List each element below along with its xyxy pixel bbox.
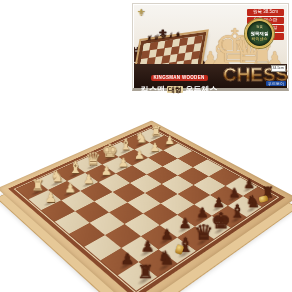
korean-title-prefix: 킹스맨 (141, 85, 165, 94)
korean-title: 킹스맨 대형 우든체스 (136, 84, 222, 95)
box-title-banner: KINGSMAN WOODEN 킹스맨 대형 우든체스 CHESS 34.5cm… (134, 64, 287, 88)
white-rook: ♜ (150, 125, 162, 138)
badge-line-3: 라이센스 (247, 37, 272, 42)
white-knight: ♞ (50, 169, 64, 185)
banner-corner-tags: 34.5cm 우드토이 (270, 64, 286, 88)
black-pawn: ♟ (120, 252, 134, 268)
white-bishop: ♝ (119, 137, 133, 152)
black-king: ♚ (211, 210, 231, 232)
white-queen: ♛ (85, 150, 101, 168)
board-scene: ♜♞♝♛♚♝♞♜♟♟♟♟♟♟♟♟♟♟♟♟♟♟♟♟♜♞♝♛♚♝♞♜ (0, 0, 292, 292)
black-rook: ♜ (137, 264, 154, 283)
quality-badge: 정품 원목재질 라이센스 (245, 19, 274, 48)
white-pawn: ♟ (44, 191, 56, 204)
white-pawn: ♟ (101, 165, 112, 177)
white-pawn: ♟ (164, 135, 174, 146)
board-grid: ♜♞♝♛♚♝♞♜♟♟♟♟♟♟♟♟♟♟♟♟♟♟♟♟♜♞♝♛♚♝♞♜ (16, 128, 276, 290)
chess-board: ♜♞♝♛♚♝♞♜♟♟♟♟♟♟♟♟♟♟♟♟♟♟♟♟♜♞♝♛♚♝♞♜ (0, 120, 292, 292)
spec-strip: 원목 38.5cm (247, 9, 284, 16)
maker-logo: 우드토이 (266, 81, 286, 87)
brand-label: KINGSMAN WOODEN (151, 75, 208, 81)
product-photo: ⚜ ♜♛♚♝♞♟♟♝♚♛♜♟ ♜♛♚♝♞ 원목 38.5cm원목 체스판원목 체… (0, 0, 292, 292)
black-pawn: ♟ (243, 178, 255, 191)
black-pawn: ♟ (196, 206, 208, 220)
white-pawn: ♟ (149, 142, 159, 154)
korean-title-highlight: 대형 (167, 86, 183, 93)
badge-line-1: 정품 (247, 26, 272, 30)
white-knight: ♞ (135, 131, 148, 145)
badge-line-2: 원목재질 (247, 31, 272, 36)
white-king: ♚ (101, 142, 117, 160)
black-queen: ♛ (194, 222, 213, 244)
box-title-left: KINGSMAN WOODEN 킹스맨 대형 우든체스 (136, 65, 222, 95)
white-rook: ♜ (31, 179, 44, 194)
white-bishop: ♝ (68, 160, 83, 176)
white-pawn: ♟ (64, 182, 76, 195)
size-tag: 34.5cm (271, 65, 286, 72)
white-pawn: ♟ (134, 149, 145, 161)
korean-title-suffix: 우든체스 (185, 85, 217, 94)
black-pawn: ♟ (228, 187, 240, 200)
black-pawn: ♟ (141, 239, 155, 254)
black-pawn: ♟ (178, 217, 191, 231)
black-bishop: ♝ (229, 203, 245, 221)
white-pawn: ♟ (83, 173, 94, 186)
black-knight: ♞ (157, 249, 174, 268)
white-pawn: ♟ (118, 157, 129, 169)
black-pawn: ♟ (160, 228, 173, 243)
